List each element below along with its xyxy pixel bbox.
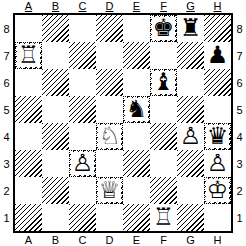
square-h3[interactable]: ♙ <box>204 150 231 177</box>
square-c8[interactable] <box>69 15 96 42</box>
square-b6[interactable] <box>42 69 69 96</box>
white-pawn-h3[interactable]: ♙ <box>207 150 229 177</box>
rank-label-right-6: 6 <box>233 69 246 96</box>
chess-diagram: ABCDEFGH ABCDEFGH 87654321 87654321 ♚♜♖♟… <box>0 0 246 246</box>
rank-label-right-8: 8 <box>233 15 246 42</box>
black-bishop-f6[interactable]: ♝ <box>153 69 175 96</box>
square-g5[interactable] <box>177 96 204 123</box>
square-a1[interactable] <box>15 204 42 231</box>
black-pawn-h7[interactable]: ♟ <box>207 42 229 69</box>
rank-label-left-7: 7 <box>0 42 13 69</box>
file-label-top-e: E <box>123 0 150 13</box>
square-a8[interactable] <box>15 15 42 42</box>
square-a5[interactable] <box>15 96 42 123</box>
square-a4[interactable] <box>15 123 42 150</box>
square-d2[interactable]: ♕ <box>96 177 123 204</box>
rank-label-right-2: 2 <box>233 177 246 204</box>
square-a7[interactable]: ♖ <box>15 42 42 69</box>
white-queen-d2[interactable]: ♕ <box>99 177 121 204</box>
square-e2[interactable] <box>123 177 150 204</box>
rank-label-right-5: 5 <box>233 96 246 123</box>
square-c6[interactable] <box>69 69 96 96</box>
square-h8[interactable] <box>204 15 231 42</box>
file-label-bottom-h: H <box>204 233 231 246</box>
file-label-bottom-b: B <box>42 233 69 246</box>
square-b3[interactable] <box>42 150 69 177</box>
white-knight-d4[interactable]: ♘ <box>99 123 121 150</box>
square-g4[interactable]: ♙ <box>177 123 204 150</box>
square-f4[interactable] <box>150 123 177 150</box>
square-b8[interactable] <box>42 15 69 42</box>
square-h5[interactable] <box>204 96 231 123</box>
square-a2[interactable] <box>15 177 42 204</box>
square-d5[interactable] <box>96 96 123 123</box>
square-d7[interactable] <box>96 42 123 69</box>
square-f7[interactable] <box>150 42 177 69</box>
file-label-top-d: D <box>96 0 123 13</box>
square-f8[interactable]: ♚ <box>150 15 177 42</box>
black-knight-e5[interactable]: ♞ <box>126 96 148 123</box>
square-g2[interactable] <box>177 177 204 204</box>
square-d6[interactable] <box>96 69 123 96</box>
square-h6[interactable] <box>204 69 231 96</box>
file-labels-top: ABCDEFGH <box>15 0 231 13</box>
square-g8[interactable]: ♜ <box>177 15 204 42</box>
white-rook-a7[interactable]: ♖ <box>18 42 40 69</box>
square-d8[interactable] <box>96 15 123 42</box>
file-label-bottom-d: D <box>96 233 123 246</box>
white-pawn-g4[interactable]: ♙ <box>180 123 202 150</box>
square-g1[interactable] <box>177 204 204 231</box>
rank-label-left-3: 3 <box>0 150 13 177</box>
square-c3[interactable]: ♙ <box>69 150 96 177</box>
square-e5[interactable]: ♞ <box>123 96 150 123</box>
square-a6[interactable] <box>15 69 42 96</box>
file-label-bottom-c: C <box>69 233 96 246</box>
rank-label-right-1: 1 <box>233 204 246 231</box>
square-c1[interactable] <box>69 204 96 231</box>
file-label-top-c: C <box>69 0 96 13</box>
square-a3[interactable] <box>15 150 42 177</box>
file-label-bottom-a: A <box>15 233 42 246</box>
square-h7[interactable]: ♟ <box>204 42 231 69</box>
rank-label-left-5: 5 <box>0 96 13 123</box>
square-c4[interactable] <box>69 123 96 150</box>
file-label-top-b: B <box>42 0 69 13</box>
square-b4[interactable] <box>42 123 69 150</box>
square-e7[interactable] <box>123 42 150 69</box>
square-b1[interactable] <box>42 204 69 231</box>
rank-label-right-7: 7 <box>233 42 246 69</box>
square-d1[interactable] <box>96 204 123 231</box>
square-d4[interactable]: ♘ <box>96 123 123 150</box>
white-king-h2[interactable]: ♔ <box>207 177 229 204</box>
square-e6[interactable] <box>123 69 150 96</box>
rank-label-left-1: 1 <box>0 204 13 231</box>
file-label-bottom-f: F <box>150 233 177 246</box>
square-f2[interactable] <box>150 177 177 204</box>
chess-board: ♚♜♖♟♝♞♘♙♛♙♙♕♔♖ <box>13 13 233 233</box>
square-b7[interactable] <box>42 42 69 69</box>
white-pawn-c3[interactable]: ♙ <box>72 150 94 177</box>
square-g6[interactable] <box>177 69 204 96</box>
rank-label-left-6: 6 <box>0 69 13 96</box>
black-king-f8[interactable]: ♚ <box>153 15 175 42</box>
rank-label-left-4: 4 <box>0 123 13 150</box>
rank-labels-left: 87654321 <box>0 15 13 231</box>
square-h2[interactable]: ♔ <box>204 177 231 204</box>
square-g3[interactable] <box>177 150 204 177</box>
square-g7[interactable] <box>177 42 204 69</box>
square-b2[interactable] <box>42 177 69 204</box>
rank-label-right-3: 3 <box>233 150 246 177</box>
square-e3[interactable] <box>123 150 150 177</box>
black-queen-h4[interactable]: ♛ <box>207 123 229 150</box>
rank-labels-right: 87654321 <box>233 15 246 231</box>
square-e1[interactable] <box>123 204 150 231</box>
square-e8[interactable] <box>123 15 150 42</box>
square-c5[interactable] <box>69 96 96 123</box>
file-labels-bottom: ABCDEFGH <box>15 233 231 246</box>
rank-label-left-2: 2 <box>0 177 13 204</box>
square-h1[interactable] <box>204 204 231 231</box>
rank-label-right-4: 4 <box>233 123 246 150</box>
square-c2[interactable] <box>69 177 96 204</box>
square-f6[interactable]: ♝ <box>150 69 177 96</box>
white-rook-f1[interactable]: ♖ <box>153 204 175 231</box>
file-label-bottom-g: G <box>177 233 204 246</box>
file-label-top-a: A <box>15 0 42 13</box>
file-label-top-f: F <box>150 0 177 13</box>
square-b5[interactable] <box>42 96 69 123</box>
square-e4[interactable] <box>123 123 150 150</box>
square-f3[interactable] <box>150 150 177 177</box>
rank-label-left-8: 8 <box>0 15 13 42</box>
square-f1[interactable]: ♖ <box>150 204 177 231</box>
square-d3[interactable] <box>96 150 123 177</box>
square-f5[interactable] <box>150 96 177 123</box>
square-c7[interactable] <box>69 42 96 69</box>
square-h4[interactable]: ♛ <box>204 123 231 150</box>
file-label-top-g: G <box>177 0 204 13</box>
black-rook-g8[interactable]: ♜ <box>180 15 202 42</box>
file-label-top-h: H <box>204 0 231 13</box>
file-label-bottom-e: E <box>123 233 150 246</box>
